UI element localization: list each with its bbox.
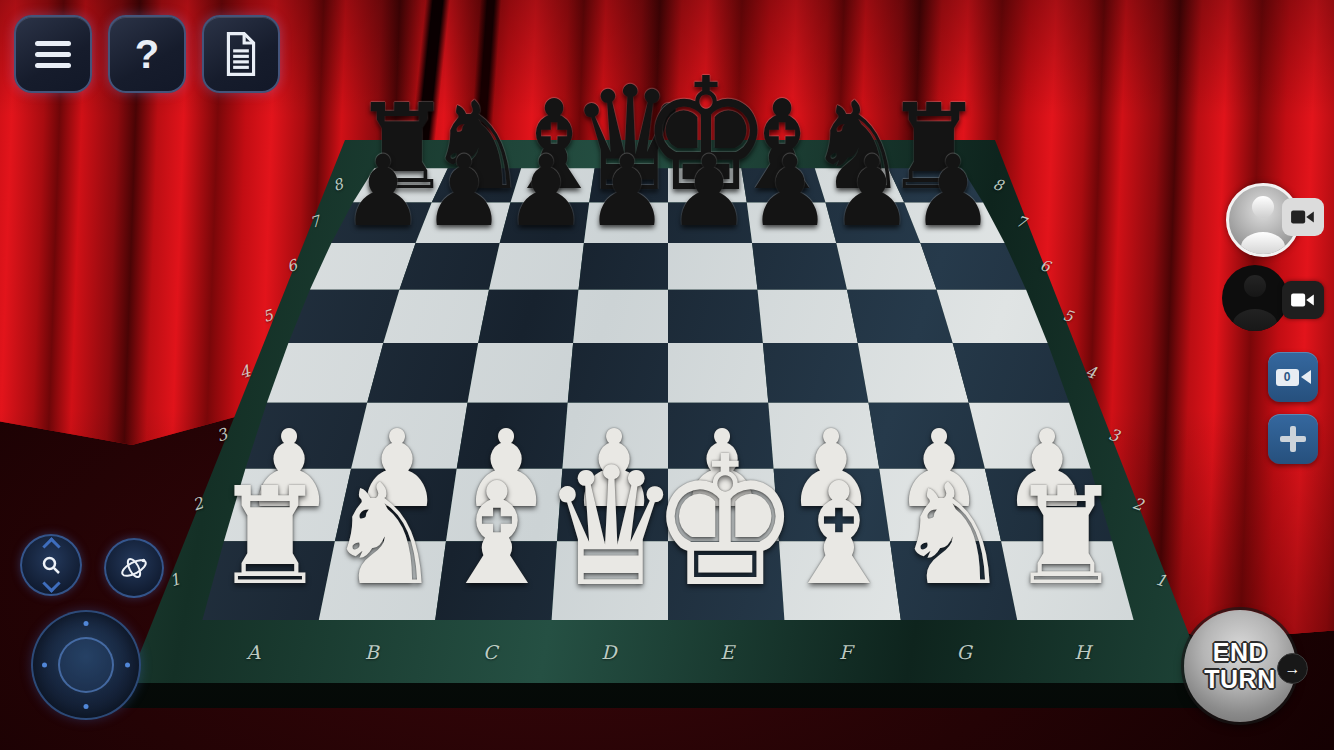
rank-label-left-5: 5 [261, 306, 276, 326]
chess-board: 8877665544332211ABCDEFGH [0, 0, 1334, 750]
player-top-camera-button[interactable] [1282, 198, 1324, 236]
rank-label-left-4: 4 [237, 361, 253, 382]
rank-label-right-5: 5 [1060, 306, 1075, 326]
video-camera-icon [1290, 291, 1316, 309]
person-icon [1252, 196, 1274, 218]
zoom-button[interactable] [20, 534, 82, 596]
end-turn-line2: TURN [1204, 666, 1275, 694]
file-label-e: E [720, 641, 734, 663]
video-camera-icon: 0 [1276, 369, 1311, 386]
camera-joystick[interactable] [31, 610, 141, 720]
chevron-down-icon [42, 574, 60, 592]
plus-icon [1280, 426, 1306, 452]
file-label-c: C [483, 641, 498, 663]
player-bottom-camera-button[interactable] [1282, 281, 1324, 319]
file-label-h: H [1074, 641, 1091, 663]
rank-label-right-3: 3 [1107, 424, 1123, 445]
end-turn-arrow-button[interactable]: → [1277, 653, 1308, 684]
chess-app: 8877665544332211ABCDEFGH ♜♞♝♛♚♝♞♜♟♟♟♟♟♟♟… [0, 0, 1334, 750]
rank-label-left-3: 3 [214, 424, 230, 445]
moves-list-button[interactable] [202, 15, 280, 93]
orbit-icon [117, 551, 151, 585]
player-bottom-avatar[interactable] [1222, 265, 1288, 331]
add-button[interactable] [1268, 414, 1318, 464]
rotate-button[interactable] [104, 538, 164, 598]
file-label-b: B [365, 641, 379, 663]
magnifier-icon [40, 554, 62, 576]
question-mark-icon: ? [135, 32, 159, 77]
arrow-right-icon: → [1285, 660, 1301, 678]
rank-label-left-6: 6 [284, 255, 299, 275]
file-label-d: D [601, 641, 616, 663]
rank-label-right-4: 4 [1083, 361, 1099, 382]
menu-button[interactable] [14, 15, 92, 93]
file-label-g: G [957, 641, 972, 663]
video-record-button[interactable]: 0 [1268, 352, 1318, 402]
file-label-a: A [247, 641, 261, 663]
end-turn-line1: END [1213, 639, 1267, 667]
help-button[interactable]: ? [108, 15, 186, 93]
person-icon [1244, 275, 1266, 297]
file-label-f: F [839, 641, 852, 663]
chevron-up-icon [42, 537, 60, 555]
document-icon [222, 32, 260, 76]
hamburger-icon [35, 35, 71, 74]
video-camera-icon [1290, 208, 1316, 226]
